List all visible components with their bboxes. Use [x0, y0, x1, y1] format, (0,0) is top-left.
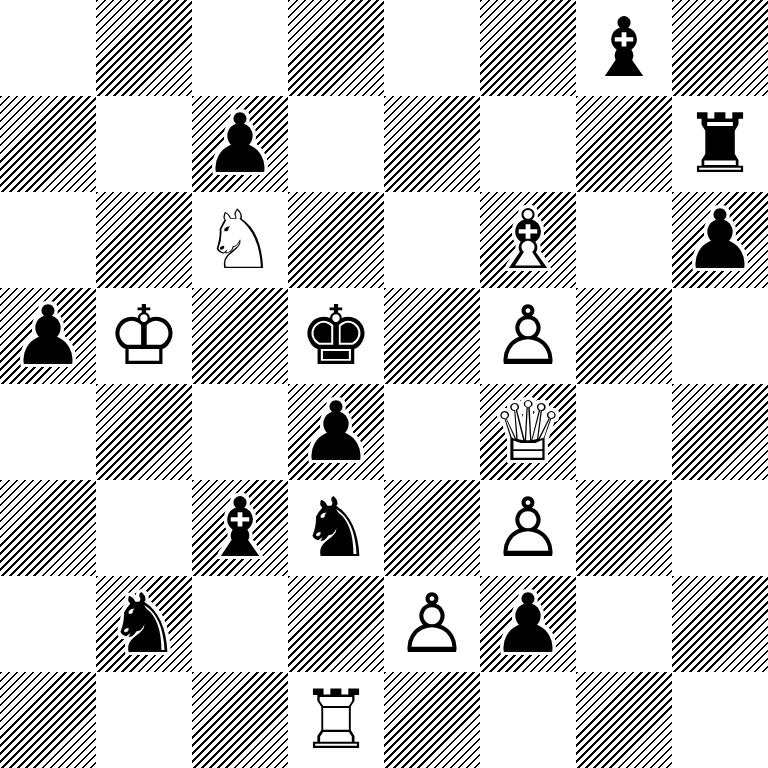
square-g6[interactable]: [576, 192, 672, 288]
square-a3[interactable]: [0, 480, 96, 576]
square-g7[interactable]: [576, 96, 672, 192]
square-a1[interactable]: [0, 672, 96, 768]
square-g5[interactable]: [576, 288, 672, 384]
piece-black-pawn: ♟: [672, 192, 768, 288]
black-king-halo: ♚: [288, 288, 384, 384]
white-rook-halo: ♜: [288, 672, 384, 768]
square-b4[interactable]: [96, 384, 192, 480]
square-c3[interactable]: ♝♝: [192, 480, 288, 576]
white-bishop-halo: ♝: [480, 192, 576, 288]
square-c8[interactable]: [192, 0, 288, 96]
white-knight-halo: ♞: [192, 192, 288, 288]
square-g3[interactable]: [576, 480, 672, 576]
square-e3[interactable]: [384, 480, 480, 576]
square-d5[interactable]: ♚♚: [288, 288, 384, 384]
square-e7[interactable]: [384, 96, 480, 192]
piece-black-pawn: ♟: [0, 288, 96, 384]
square-h1[interactable]: [672, 672, 768, 768]
square-d2[interactable]: [288, 576, 384, 672]
black-knight-halo: ♞: [288, 480, 384, 576]
square-d6[interactable]: [288, 192, 384, 288]
square-b5[interactable]: ♚♔: [96, 288, 192, 384]
square-b8[interactable]: [96, 0, 192, 96]
square-b3[interactable]: [96, 480, 192, 576]
piece-black-king: ♚: [288, 288, 384, 384]
square-e4[interactable]: [384, 384, 480, 480]
square-h7[interactable]: ♜♜: [672, 96, 768, 192]
piece-black-bishop: ♝: [192, 480, 288, 576]
black-bishop-halo: ♝: [576, 0, 672, 96]
black-pawn-halo: ♟: [0, 288, 96, 384]
square-f3[interactable]: ♟♙: [480, 480, 576, 576]
black-pawn-halo: ♟: [672, 192, 768, 288]
square-f2[interactable]: ♟♟: [480, 576, 576, 672]
piece-black-bishop: ♝: [576, 0, 672, 96]
square-d7[interactable]: [288, 96, 384, 192]
chess-diagram: ♝♝♟♟♜♜♞♘♝♗♟♟♟♟♚♔♚♚♟♙♟♟♛♕♝♝♞♞♟♙♞♞♟♙♟♟♜♖: [0, 0, 768, 768]
square-d4[interactable]: ♟♟: [288, 384, 384, 480]
piece-black-rook: ♜: [672, 96, 768, 192]
square-c6[interactable]: ♞♘: [192, 192, 288, 288]
square-a5[interactable]: ♟♟: [0, 288, 96, 384]
piece-white-pawn: ♙: [480, 480, 576, 576]
white-pawn-halo: ♟: [384, 576, 480, 672]
black-pawn-halo: ♟: [480, 576, 576, 672]
square-f5[interactable]: ♟♙: [480, 288, 576, 384]
white-king-halo: ♚: [96, 288, 192, 384]
square-e5[interactable]: [384, 288, 480, 384]
square-e8[interactable]: [384, 0, 480, 96]
square-f6[interactable]: ♝♗: [480, 192, 576, 288]
square-e2[interactable]: ♟♙: [384, 576, 480, 672]
square-c5[interactable]: [192, 288, 288, 384]
square-h3[interactable]: [672, 480, 768, 576]
square-g8[interactable]: ♝♝: [576, 0, 672, 96]
square-c1[interactable]: [192, 672, 288, 768]
square-d8[interactable]: [288, 0, 384, 96]
square-e6[interactable]: [384, 192, 480, 288]
square-b1[interactable]: [96, 672, 192, 768]
square-a6[interactable]: [0, 192, 96, 288]
piece-black-pawn: ♟: [480, 576, 576, 672]
square-h2[interactable]: [672, 576, 768, 672]
square-f1[interactable]: [480, 672, 576, 768]
square-h8[interactable]: [672, 0, 768, 96]
square-a7[interactable]: [0, 96, 96, 192]
square-h6[interactable]: ♟♟: [672, 192, 768, 288]
square-a8[interactable]: [0, 0, 96, 96]
square-c2[interactable]: [192, 576, 288, 672]
square-g2[interactable]: [576, 576, 672, 672]
square-b6[interactable]: [96, 192, 192, 288]
square-e1[interactable]: [384, 672, 480, 768]
square-f8[interactable]: [480, 0, 576, 96]
white-queen-halo: ♛: [480, 384, 576, 480]
square-f7[interactable]: [480, 96, 576, 192]
square-c7[interactable]: ♟♟: [192, 96, 288, 192]
white-pawn-halo: ♟: [480, 480, 576, 576]
square-a2[interactable]: [0, 576, 96, 672]
square-b2[interactable]: ♞♞: [96, 576, 192, 672]
square-a4[interactable]: [0, 384, 96, 480]
square-g4[interactable]: [576, 384, 672, 480]
chess-board: ♝♝♟♟♜♜♞♘♝♗♟♟♟♟♚♔♚♚♟♙♟♟♛♕♝♝♞♞♟♙♞♞♟♙♟♟♜♖: [0, 0, 768, 768]
piece-black-knight: ♞: [96, 576, 192, 672]
piece-white-king: ♔: [96, 288, 192, 384]
square-d1[interactable]: ♜♖: [288, 672, 384, 768]
square-g1[interactable]: [576, 672, 672, 768]
square-c4[interactable]: [192, 384, 288, 480]
piece-black-knight: ♞: [288, 480, 384, 576]
piece-white-rook: ♖: [288, 672, 384, 768]
black-rook-halo: ♜: [672, 96, 768, 192]
piece-white-bishop: ♗: [480, 192, 576, 288]
square-h4[interactable]: [672, 384, 768, 480]
piece-white-knight: ♘: [192, 192, 288, 288]
square-f4[interactable]: ♛♕: [480, 384, 576, 480]
piece-white-queen: ♕: [480, 384, 576, 480]
black-pawn-halo: ♟: [192, 96, 288, 192]
black-knight-halo: ♞: [96, 576, 192, 672]
square-h5[interactable]: [672, 288, 768, 384]
piece-white-pawn: ♙: [384, 576, 480, 672]
black-pawn-halo: ♟: [288, 384, 384, 480]
black-bishop-halo: ♝: [192, 480, 288, 576]
square-b7[interactable]: [96, 96, 192, 192]
piece-black-pawn: ♟: [288, 384, 384, 480]
white-pawn-halo: ♟: [480, 288, 576, 384]
piece-white-pawn: ♙: [480, 288, 576, 384]
square-d3[interactable]: ♞♞: [288, 480, 384, 576]
piece-black-pawn: ♟: [192, 96, 288, 192]
